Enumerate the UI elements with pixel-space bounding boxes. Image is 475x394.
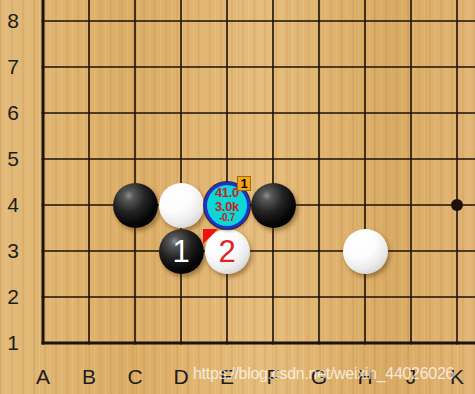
suggestion-rank-badge: 1 xyxy=(237,176,251,191)
move-number-e3: 2 xyxy=(218,236,235,267)
stone-black-f4[interactable] xyxy=(251,183,296,228)
stone-black-d3[interactable]: 1 xyxy=(159,229,204,274)
analysis-a-visits: 3.0k xyxy=(215,200,239,214)
row-label-3: 3 xyxy=(7,239,19,263)
row-label-2: 2 xyxy=(7,285,19,309)
row-label-4: 4 xyxy=(7,193,19,217)
column-label-d: D xyxy=(173,365,188,389)
column-label-c: C xyxy=(127,365,142,389)
board-points-layer[interactable]: 1241.03.0k-0.71 xyxy=(20,0,475,366)
column-label-b: B xyxy=(82,365,96,389)
stone-black-c4[interactable] xyxy=(113,183,158,228)
stone-white-d4[interactable] xyxy=(159,183,204,228)
row-label-1: 1 xyxy=(7,331,19,355)
row-label-8: 8 xyxy=(7,9,19,33)
row-label-6: 6 xyxy=(7,101,19,125)
stone-white-h3[interactable] xyxy=(343,229,388,274)
row-label-5: 5 xyxy=(7,147,19,171)
analysis-a-score: -0.7 xyxy=(219,213,235,224)
watermark-text: https://blog.csdn.net/weixin_44026026 xyxy=(193,365,454,383)
go-board-app: 1241.03.0k-0.71 ABCDEFGHJK12345678 https… xyxy=(0,0,475,394)
column-label-a: A xyxy=(36,365,50,389)
last-move-marker xyxy=(203,229,218,244)
analysis-a-win: 41.0 xyxy=(215,186,239,200)
row-label-7: 7 xyxy=(7,55,19,79)
move-number-d3: 1 xyxy=(172,236,189,267)
